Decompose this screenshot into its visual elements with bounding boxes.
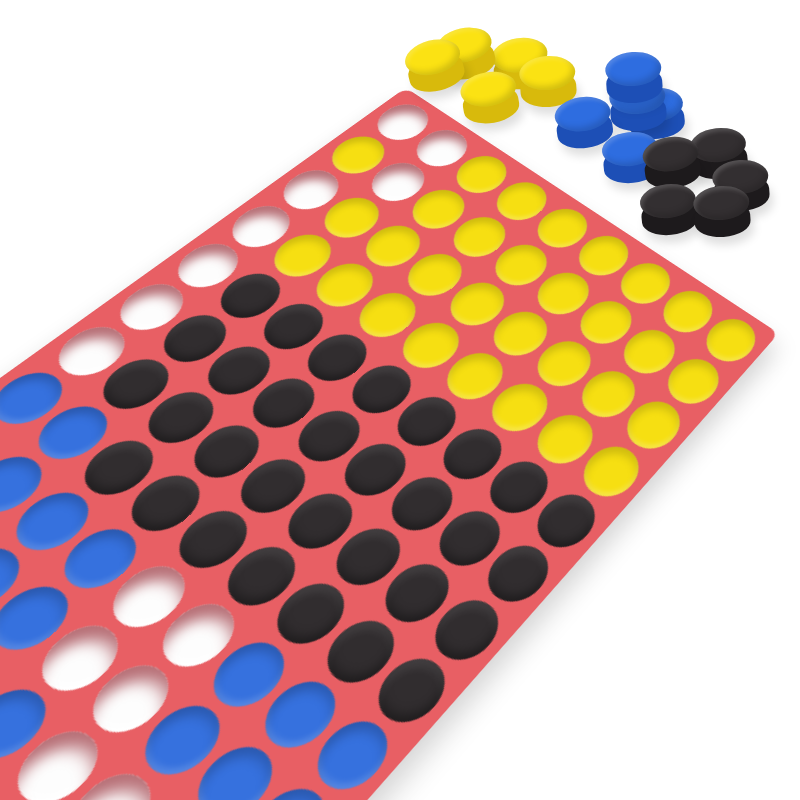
spare-yellow-disc-5[interactable]	[458, 68, 523, 131]
spare-blue-disc-3[interactable]	[604, 50, 664, 108]
spare-black-disc-4[interactable]	[638, 181, 699, 241]
product-photo-canvas	[0, 0, 800, 800]
spare-black-disc-5[interactable]	[692, 184, 752, 242]
